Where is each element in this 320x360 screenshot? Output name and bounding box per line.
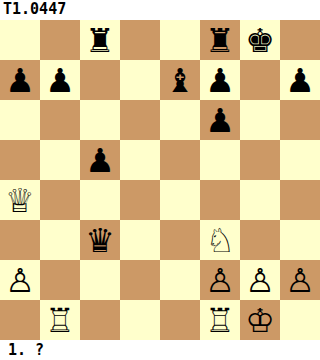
white-pawn: ♙ [285,264,315,297]
square-d7[interactable] [120,60,160,100]
square-c7[interactable] [80,60,120,100]
square-d2[interactable] [120,260,160,300]
square-f7[interactable]: ♟ [200,60,240,100]
square-e7[interactable]: ♝ [160,60,200,100]
square-c6[interactable] [80,100,120,140]
square-b1[interactable]: ♖ [40,300,80,340]
square-b2[interactable] [40,260,80,300]
square-d4[interactable] [120,180,160,220]
white-rook: ♖ [45,304,75,337]
black-pawn: ♟ [205,104,235,137]
square-e4[interactable] [160,180,200,220]
square-b6[interactable] [40,100,80,140]
square-a4[interactable]: ♕ [0,180,40,220]
square-a3[interactable] [0,220,40,260]
white-knight: ♘ [205,224,235,257]
square-h4[interactable] [280,180,320,220]
square-f4[interactable] [200,180,240,220]
square-f1[interactable]: ♖ [200,300,240,340]
square-f2[interactable]: ♙ [200,260,240,300]
black-pawn: ♟ [85,144,115,177]
square-a5[interactable] [0,140,40,180]
black-rook: ♜ [85,24,115,57]
square-b8[interactable] [40,20,80,60]
square-g5[interactable] [240,140,280,180]
white-pawn: ♙ [205,264,235,297]
square-h5[interactable] [280,140,320,180]
square-b3[interactable] [40,220,80,260]
square-a7[interactable]: ♟ [0,60,40,100]
square-h7[interactable]: ♟ [280,60,320,100]
square-h3[interactable] [280,220,320,260]
black-pawn: ♟ [45,64,75,97]
square-c1[interactable] [80,300,120,340]
square-g8[interactable]: ♚ [240,20,280,60]
square-c2[interactable] [80,260,120,300]
square-b7[interactable]: ♟ [40,60,80,100]
move-prompt: 1. ? [0,340,320,360]
square-a2[interactable]: ♙ [0,260,40,300]
square-f3[interactable]: ♘ [200,220,240,260]
chess-puzzle-page: T1.0447 ♜♜♚♟♟♝♟♟♟♟♕♛♘♙♙♙♙♖♖♔ 1. ? [0,0,320,360]
white-king: ♔ [245,304,275,337]
square-c5[interactable]: ♟ [80,140,120,180]
square-a8[interactable] [0,20,40,60]
square-h2[interactable]: ♙ [280,260,320,300]
square-f6[interactable]: ♟ [200,100,240,140]
square-c8[interactable]: ♜ [80,20,120,60]
square-c4[interactable] [80,180,120,220]
square-f8[interactable]: ♜ [200,20,240,60]
white-pawn: ♙ [245,264,275,297]
square-e6[interactable] [160,100,200,140]
square-g2[interactable]: ♙ [240,260,280,300]
square-g7[interactable] [240,60,280,100]
black-king: ♚ [245,24,275,57]
white-pawn: ♙ [5,264,35,297]
black-pawn: ♟ [285,64,315,97]
square-f5[interactable] [200,140,240,180]
square-e1[interactable] [160,300,200,340]
square-d3[interactable] [120,220,160,260]
black-bishop: ♝ [165,64,195,97]
square-g4[interactable] [240,180,280,220]
square-h8[interactable] [280,20,320,60]
square-a1[interactable] [0,300,40,340]
square-h6[interactable] [280,100,320,140]
puzzle-id: T1.0447 [0,0,320,20]
square-g1[interactable]: ♔ [240,300,280,340]
square-g6[interactable] [240,100,280,140]
black-pawn: ♟ [205,64,235,97]
square-b4[interactable] [40,180,80,220]
white-rook: ♖ [205,304,235,337]
square-e2[interactable] [160,260,200,300]
square-e8[interactable] [160,20,200,60]
square-e5[interactable] [160,140,200,180]
black-pawn: ♟ [5,64,35,97]
chess-board: ♜♜♚♟♟♝♟♟♟♟♕♛♘♙♙♙♙♖♖♔ [0,20,320,340]
square-g3[interactable] [240,220,280,260]
square-e3[interactable] [160,220,200,260]
black-rook: ♜ [205,24,235,57]
square-a6[interactable] [0,100,40,140]
square-h1[interactable] [280,300,320,340]
square-d6[interactable] [120,100,160,140]
square-c3[interactable]: ♛ [80,220,120,260]
black-queen: ♛ [85,224,115,257]
square-d8[interactable] [120,20,160,60]
white-queen: ♕ [5,184,35,217]
square-b5[interactable] [40,140,80,180]
square-d5[interactable] [120,140,160,180]
square-d1[interactable] [120,300,160,340]
